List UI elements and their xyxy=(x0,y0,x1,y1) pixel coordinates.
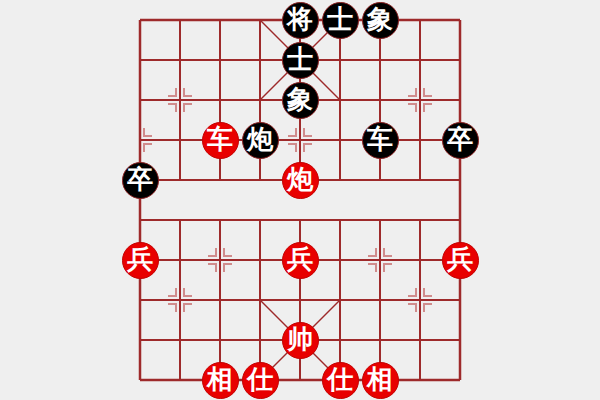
piece-red-soldier-f8r6[interactable]: 兵 xyxy=(442,242,479,279)
piece-red-soldier-f4r6[interactable]: 兵 xyxy=(282,242,319,279)
piece-red-general-f4r8[interactable]: 帅 xyxy=(282,322,319,359)
piece-black-cannon-f3r3[interactable]: 炮 xyxy=(242,122,279,159)
piece-red-elephant-f2r9[interactable]: 相 xyxy=(202,362,239,399)
piece-black-elephant-f4r2[interactable]: 象 xyxy=(282,82,319,119)
piece-black-elephant-f6r0[interactable]: 象 xyxy=(362,2,399,39)
piece-red-chariot-f2r3[interactable]: 车 xyxy=(202,122,239,159)
piece-black-soldier-f8r3[interactable]: 卒 xyxy=(442,122,479,159)
piece-red-advisor-f3r9[interactable]: 仕 xyxy=(242,362,279,399)
piece-layer: 将士象士象车炮车卒卒炮兵兵兵帅相仕仕相 xyxy=(120,0,480,400)
piece-red-soldier-f0r6[interactable]: 兵 xyxy=(122,242,159,279)
xiangqi-board: 将士象士象车炮车卒卒炮兵兵兵帅相仕仕相 xyxy=(120,0,480,400)
piece-black-general-f4r0[interactable]: 将 xyxy=(282,2,319,39)
piece-red-advisor-f5r9[interactable]: 仕 xyxy=(322,362,359,399)
piece-black-chariot-f6r3[interactable]: 车 xyxy=(362,122,399,159)
piece-black-advisor-f5r0[interactable]: 士 xyxy=(322,2,359,39)
piece-black-soldier-f0r4[interactable]: 卒 xyxy=(122,162,159,199)
piece-red-elephant-f6r9[interactable]: 相 xyxy=(362,362,399,399)
piece-red-cannon-f4r4[interactable]: 炮 xyxy=(282,162,319,199)
xiangqi-screen: 将士象士象车炮车卒卒炮兵兵兵帅相仕仕相 xyxy=(0,0,600,400)
piece-black-advisor-f4r1[interactable]: 士 xyxy=(282,42,319,79)
